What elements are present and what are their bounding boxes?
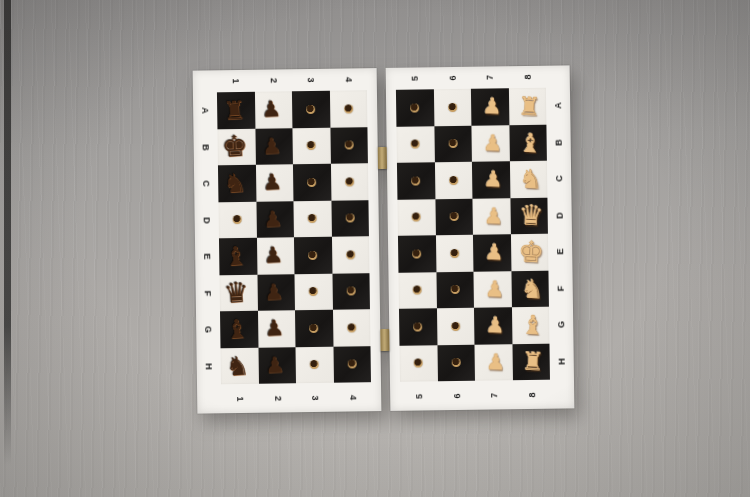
photo-vignette [0,0,750,497]
photo-backdrop: 1234A♜♟B♚♟C♞♟D♟E♝♟F♛♟G♝♟H♞♟1234 5678♟♜A♟… [0,0,750,497]
